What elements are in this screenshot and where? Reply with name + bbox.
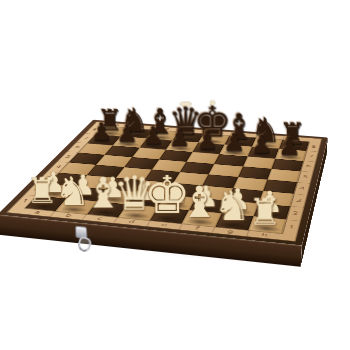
piece-black-pawn[interactable]: ♟ <box>267 134 311 159</box>
square-h1[interactable]: ♜ <box>248 216 286 233</box>
piece-white-rook[interactable]: ♜ <box>239 193 292 230</box>
coord-label: 6 <box>300 161 316 172</box>
metal-clasp[interactable] <box>73 225 89 253</box>
crown-tip <box>210 100 215 105</box>
chess-board: ♜♞♝♛♚♝♞♜♟♟♟♟♟♟♟♟♟♟♟♟♟♟♟♟♜♞♝♛♚♝♞♜ abcdefg… <box>0 120 328 246</box>
square-h6[interactable] <box>271 159 303 172</box>
coord-label: 5 <box>297 171 313 183</box>
square-g5[interactable] <box>238 166 272 179</box>
product-photo-background: ♜♞♝♛♚♝♞♜♟♟♟♟♟♟♟♟♟♟♟♟♟♟♟♟♜♞♝♛♚♝♞♜ abcdefg… <box>0 0 350 350</box>
scene: ♜♞♝♛♚♝♞♜♟♟♟♟♟♟♟♟♟♟♟♟♟♟♟♟♜♞♝♛♚♝♞♜ abcdefg… <box>18 22 348 322</box>
crown-tip <box>180 102 191 106</box>
